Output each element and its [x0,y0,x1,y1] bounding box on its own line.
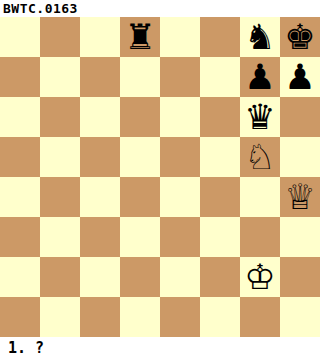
square-f3[interactable] [200,217,240,257]
square-c6[interactable] [80,97,120,137]
square-c4[interactable] [80,177,120,217]
square-h5[interactable] [280,137,320,177]
square-a8[interactable] [0,17,40,57]
white-king[interactable]: ♔ [244,257,275,297]
square-e8[interactable] [160,17,200,57]
square-f6[interactable] [200,97,240,137]
square-h4[interactable]: ♕ [280,177,320,217]
chess-board: ♜♞♚♟♟♛♘♕♔ [0,17,320,337]
square-e2[interactable] [160,257,200,297]
square-d1[interactable] [120,297,160,337]
square-e4[interactable] [160,177,200,217]
square-e7[interactable] [160,57,200,97]
square-e5[interactable] [160,137,200,177]
square-d8[interactable]: ♜ [120,17,160,57]
square-f5[interactable] [200,137,240,177]
square-d5[interactable] [120,137,160,177]
square-g4[interactable] [240,177,280,217]
square-c1[interactable] [80,297,120,337]
square-a4[interactable] [0,177,40,217]
square-c7[interactable] [80,57,120,97]
square-a7[interactable] [0,57,40,97]
square-h7[interactable]: ♟ [280,57,320,97]
square-d3[interactable] [120,217,160,257]
white-queen[interactable]: ♕ [284,177,315,217]
black-rook[interactable]: ♜ [124,17,155,57]
square-b8[interactable] [40,17,80,57]
move-prompt: 1. ? [0,337,44,360]
square-b5[interactable] [40,137,80,177]
square-e6[interactable] [160,97,200,137]
square-g2[interactable]: ♔ [240,257,280,297]
square-h3[interactable] [280,217,320,257]
square-d7[interactable] [120,57,160,97]
square-b6[interactable] [40,97,80,137]
square-b1[interactable] [40,297,80,337]
square-c2[interactable] [80,257,120,297]
square-d2[interactable] [120,257,160,297]
square-a6[interactable] [0,97,40,137]
square-b2[interactable] [40,257,80,297]
square-g6[interactable]: ♛ [240,97,280,137]
square-b3[interactable] [40,217,80,257]
square-d4[interactable] [120,177,160,217]
black-king[interactable]: ♚ [284,17,315,57]
square-d6[interactable] [120,97,160,137]
status-bar: 1. ? [0,337,320,360]
square-g3[interactable] [240,217,280,257]
square-b7[interactable] [40,57,80,97]
black-queen[interactable]: ♛ [244,97,275,137]
square-c3[interactable] [80,217,120,257]
square-f2[interactable] [200,257,240,297]
black-pawn[interactable]: ♟ [284,57,315,97]
square-a3[interactable] [0,217,40,257]
square-f8[interactable] [200,17,240,57]
title-bar: BWTC.0163 [0,0,320,17]
square-g5[interactable]: ♘ [240,137,280,177]
square-f1[interactable] [200,297,240,337]
square-h8[interactable]: ♚ [280,17,320,57]
square-h1[interactable] [280,297,320,337]
square-g1[interactable] [240,297,280,337]
square-g7[interactable]: ♟ [240,57,280,97]
square-c8[interactable] [80,17,120,57]
square-h2[interactable] [280,257,320,297]
square-g8[interactable]: ♞ [240,17,280,57]
white-knight[interactable]: ♘ [244,137,275,177]
black-knight[interactable]: ♞ [244,17,275,57]
square-a2[interactable] [0,257,40,297]
square-e3[interactable] [160,217,200,257]
square-a1[interactable] [0,297,40,337]
square-h6[interactable] [280,97,320,137]
square-c5[interactable] [80,137,120,177]
square-a5[interactable] [0,137,40,177]
square-e1[interactable] [160,297,200,337]
square-f4[interactable] [200,177,240,217]
square-f7[interactable] [200,57,240,97]
square-b4[interactable] [40,177,80,217]
puzzle-title: BWTC.0163 [0,0,78,17]
black-pawn[interactable]: ♟ [244,57,275,97]
